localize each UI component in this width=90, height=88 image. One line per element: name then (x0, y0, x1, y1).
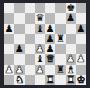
square-d1[interactable] (35, 75, 45, 85)
white-pawn-icon: ♟ (76, 54, 85, 64)
square-f4[interactable] (55, 44, 65, 54)
square-d4[interactable]: ♟ (35, 44, 45, 54)
white-pawn-icon: ♟ (35, 65, 44, 75)
square-e7[interactable] (45, 13, 55, 23)
square-b3[interactable] (14, 54, 24, 64)
square-f8[interactable] (55, 3, 65, 13)
square-b7[interactable] (14, 13, 24, 23)
square-f2[interactable]: ♜ (55, 65, 65, 75)
square-a4[interactable] (4, 44, 14, 54)
white-pawn-icon: ♟ (5, 65, 14, 75)
square-f6[interactable] (55, 24, 65, 34)
square-h4[interactable] (76, 44, 86, 54)
white-pawn-icon: ♟ (35, 44, 44, 54)
white-rook-icon: ♜ (46, 75, 55, 85)
square-h8[interactable] (76, 3, 86, 13)
square-a1[interactable] (4, 75, 14, 85)
black-bishop-icon: ♝ (35, 54, 44, 64)
square-c7[interactable] (25, 13, 35, 23)
square-d8[interactable] (35, 3, 45, 13)
black-pawn-icon: ♟ (15, 44, 24, 54)
black-king-icon: ♚ (66, 3, 75, 13)
black-rook-icon: ♜ (56, 65, 65, 75)
square-g8[interactable]: ♚ (66, 3, 76, 13)
square-d2[interactable]: ♟ (35, 65, 45, 75)
square-c4[interactable] (25, 44, 35, 54)
square-e6[interactable]: ♟ (45, 24, 55, 34)
square-c5[interactable] (25, 34, 35, 44)
square-a8[interactable] (4, 3, 14, 13)
square-d7[interactable]: ♛ (35, 13, 45, 23)
square-f5[interactable]: ♜ (55, 34, 65, 44)
square-e1[interactable]: ♜ (45, 75, 55, 85)
white-king-icon: ♚ (76, 75, 85, 85)
square-a5[interactable] (4, 34, 14, 44)
square-c2[interactable] (25, 65, 35, 75)
white-bishop-icon: ♝ (66, 65, 75, 75)
square-c8[interactable] (25, 3, 35, 13)
square-b4[interactable]: ♟ (14, 44, 24, 54)
square-e3[interactable]: ♛ (45, 54, 55, 64)
square-d6[interactable]: ♝ (35, 24, 45, 34)
square-e2[interactable] (45, 65, 55, 75)
square-b8[interactable] (14, 3, 24, 13)
square-g4[interactable] (66, 44, 76, 54)
white-pawn-icon: ♟ (15, 65, 24, 75)
black-pawn-icon: ♟ (66, 13, 75, 23)
square-g1[interactable]: ♜ (66, 75, 76, 85)
square-h7[interactable] (76, 13, 86, 23)
black-pawn-icon: ♟ (46, 44, 55, 54)
square-b1[interactable]: ♞ (14, 75, 24, 85)
square-h1[interactable]: ♚ (76, 75, 86, 85)
square-g6[interactable] (66, 24, 76, 34)
square-b2[interactable]: ♟ (14, 65, 24, 75)
square-h5[interactable] (76, 34, 86, 44)
white-knight-icon: ♞ (15, 75, 24, 85)
square-d5[interactable] (35, 34, 45, 44)
white-pawn-icon: ♟ (66, 54, 75, 64)
chess-board: ♚♛♟♟♝♟♟♟♜♟♟♟♝♛♟♟♟♟♟♜♝♞♜♜♚ (4, 3, 86, 85)
square-b6[interactable] (14, 24, 24, 34)
square-e4[interactable]: ♟ (45, 44, 55, 54)
square-a3[interactable] (4, 54, 14, 64)
square-h3[interactable]: ♟ (76, 54, 86, 64)
square-a7[interactable] (4, 13, 14, 23)
black-rook-icon: ♜ (56, 34, 65, 44)
square-b5[interactable] (14, 34, 24, 44)
square-a2[interactable]: ♟ (4, 65, 14, 75)
square-g7[interactable]: ♟ (66, 13, 76, 23)
black-pawn-icon: ♟ (76, 24, 85, 34)
white-rook-icon: ♜ (66, 75, 75, 85)
black-queen-icon: ♛ (35, 13, 44, 23)
square-c6[interactable] (25, 24, 35, 34)
square-c1[interactable] (25, 75, 35, 85)
square-f7[interactable] (55, 13, 65, 23)
black-bishop-icon: ♝ (35, 24, 44, 34)
square-h2[interactable] (76, 65, 86, 75)
chess-board-frame: ♚♛♟♟♝♟♟♟♜♟♟♟♝♛♟♟♟♟♟♜♝♞♜♜♚ (0, 0, 90, 88)
square-e5[interactable]: ♟ (45, 34, 55, 44)
square-g5[interactable] (66, 34, 76, 44)
square-f1[interactable] (55, 75, 65, 85)
square-d3[interactable]: ♝ (35, 54, 45, 64)
black-pawn-icon: ♟ (46, 24, 55, 34)
white-queen-icon: ♛ (46, 54, 55, 64)
black-pawn-icon: ♟ (46, 34, 55, 44)
black-pawn-icon: ♟ (5, 24, 14, 34)
square-e8[interactable] (45, 3, 55, 13)
square-f3[interactable] (55, 54, 65, 64)
square-c3[interactable] (25, 54, 35, 64)
square-h6[interactable]: ♟ (76, 24, 86, 34)
square-g2[interactable]: ♝ (66, 65, 76, 75)
square-a6[interactable]: ♟ (4, 24, 14, 34)
square-g3[interactable]: ♟ (66, 54, 76, 64)
